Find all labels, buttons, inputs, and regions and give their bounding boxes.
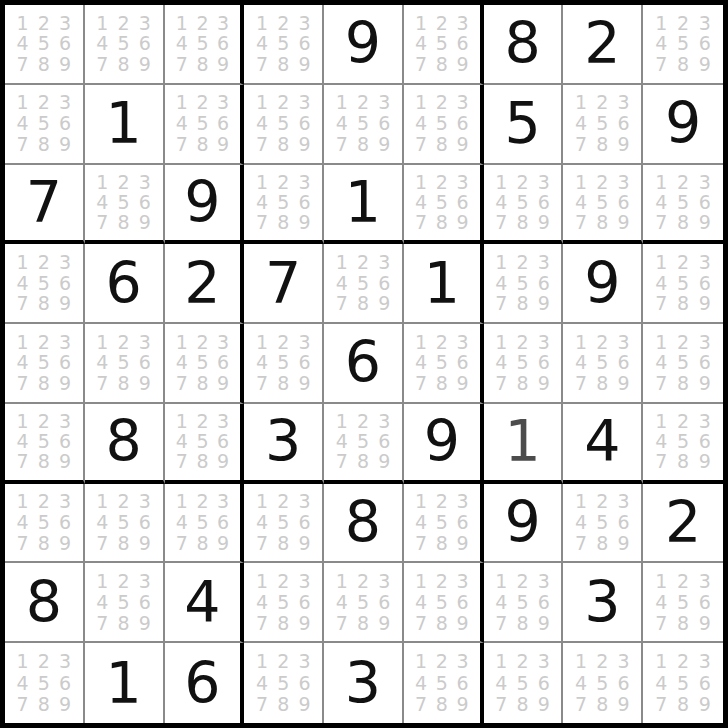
cell-r6c7[interactable]: 1 — [484, 404, 564, 484]
pencil-mark: 9 — [694, 613, 716, 634]
pencil-marks: 123456789 — [12, 252, 76, 314]
pencil-marks: 123456789 — [650, 411, 715, 472]
pencil-mark: 4 — [411, 592, 432, 613]
cell-r2c9[interactable]: 9 — [643, 85, 723, 165]
cell-r9c1[interactable]: 123456789 — [5, 643, 85, 723]
pencil-mark: 9 — [452, 213, 473, 233]
cell-r8c5[interactable]: 123456789 — [324, 563, 404, 643]
cell-r6c4[interactable]: 3 — [244, 404, 324, 484]
pencil-mark: 8 — [592, 694, 613, 715]
pencil-mark: 7 — [331, 294, 352, 315]
pencil-mark: 2 — [512, 571, 533, 592]
pencil-mark: 7 — [92, 373, 113, 394]
pencil-marks: 123456789 — [411, 651, 473, 715]
cell-r4c7[interactable]: 123456789 — [484, 244, 564, 324]
pencil-marks: 123456789 — [92, 13, 156, 75]
pencil-mark: 9 — [613, 213, 634, 233]
pencil-mark: 3 — [452, 93, 473, 114]
cell-r2c8[interactable]: 123456789 — [563, 85, 643, 165]
pencil-mark: 1 — [491, 172, 512, 192]
pencil-mark: 6 — [294, 353, 315, 374]
pencil-mark: 9 — [134, 533, 155, 554]
pencil-marks: 123456789 — [251, 93, 315, 155]
pencil-mark: 1 — [570, 93, 591, 114]
cell-r8c1[interactable]: 8 — [5, 563, 85, 643]
pencil-mark: 5 — [672, 192, 694, 212]
pencil-mark: 2 — [672, 332, 694, 353]
cell-r4c4[interactable]: 7 — [244, 244, 324, 324]
pencil-mark: 7 — [251, 613, 272, 634]
pencil-mark: 2 — [192, 411, 213, 431]
pencil-mark: 1 — [171, 93, 192, 114]
pencil-mark: 5 — [33, 672, 54, 693]
pencil-mark: 5 — [672, 432, 694, 452]
pencil-mark: 7 — [12, 373, 33, 394]
pencil-mark: 4 — [491, 273, 512, 294]
pencil-mark: 1 — [650, 411, 672, 431]
cell-r8c6[interactable]: 123456789 — [404, 563, 484, 643]
pencil-mark: 9 — [452, 54, 473, 75]
pencil-mark: 3 — [55, 332, 76, 353]
pencil-mark: 6 — [294, 512, 315, 533]
pencil-marks: 123456789 — [12, 93, 76, 155]
pencil-mark: 7 — [411, 694, 432, 715]
pencil-mark: 5 — [431, 592, 452, 613]
given-digit: 3 — [265, 413, 301, 470]
cell-r9c6[interactable]: 123456789 — [404, 643, 484, 723]
pencil-mark: 8 — [113, 373, 134, 394]
cell-r2c3[interactable]: 123456789 — [165, 85, 245, 165]
cell-r5c9[interactable]: 123456789 — [643, 324, 723, 404]
pencil-mark: 4 — [650, 592, 672, 613]
pencil-mark: 7 — [92, 54, 113, 75]
pencil-mark: 7 — [570, 134, 591, 155]
pencil-mark: 2 — [672, 651, 694, 672]
pencil-mark: 2 — [273, 332, 294, 353]
cell-r6c6[interactable]: 9 — [404, 404, 484, 484]
pencil-mark: 2 — [431, 491, 452, 512]
pencil-mark: 3 — [613, 172, 634, 192]
pencil-mark: 7 — [331, 134, 352, 155]
pencil-mark: 6 — [55, 113, 76, 134]
cell-r6c3[interactable]: 123456789 — [165, 404, 245, 484]
pencil-mark: 7 — [650, 452, 672, 472]
cell-r5c2[interactable]: 123456789 — [85, 324, 165, 404]
pencil-mark: 9 — [613, 533, 634, 554]
given-digit: 6 — [345, 334, 381, 391]
pencil-mark: 8 — [592, 373, 613, 394]
pencil-mark: 6 — [55, 353, 76, 374]
given-digit: 8 — [106, 413, 142, 470]
pencil-mark: 4 — [411, 34, 432, 55]
pencil-mark: 8 — [352, 134, 373, 155]
pencil-mark: 5 — [592, 512, 613, 533]
pencil-mark: 3 — [452, 172, 473, 192]
cell-r3c2[interactable]: 123456789 — [85, 165, 165, 245]
cell-r5c7[interactable]: 123456789 — [484, 324, 564, 404]
pencil-mark: 6 — [533, 273, 554, 294]
pencil-mark: 8 — [273, 694, 294, 715]
pencil-mark: 1 — [92, 172, 113, 192]
pencil-mark: 6 — [533, 672, 554, 693]
pencil-mark: 2 — [273, 172, 294, 192]
pencil-mark: 2 — [33, 651, 54, 672]
pencil-mark: 8 — [672, 373, 694, 394]
pencil-mark: 3 — [134, 491, 155, 512]
pencil-mark: 3 — [694, 651, 716, 672]
pencil-mark: 8 — [672, 613, 694, 634]
pencil-mark: 4 — [570, 192, 591, 212]
cell-r6c8[interactable]: 4 — [563, 404, 643, 484]
pencil-marks: 123456789 — [92, 332, 156, 394]
cell-r1c8[interactable]: 2 — [563, 5, 643, 85]
pencil-marks: 123456789 — [12, 491, 76, 553]
cell-r3c1[interactable]: 7 — [5, 165, 85, 245]
pencil-mark: 8 — [113, 613, 134, 634]
pencil-mark: 5 — [512, 192, 533, 212]
pencil-mark: 2 — [33, 252, 54, 273]
pencil-mark: 5 — [431, 113, 452, 134]
pencil-mark: 7 — [570, 533, 591, 554]
pencil-mark: 3 — [533, 651, 554, 672]
pencil-mark: 8 — [512, 373, 533, 394]
pencil-mark: 2 — [672, 172, 694, 192]
pencil-mark: 5 — [33, 113, 54, 134]
cell-r9c5[interactable]: 3 — [324, 643, 404, 723]
pencil-mark: 9 — [533, 294, 554, 315]
cell-r2c1[interactable]: 123456789 — [5, 85, 85, 165]
pencil-mark: 3 — [533, 332, 554, 353]
pencil-mark: 3 — [452, 332, 473, 353]
cell-r3c5[interactable]: 1 — [324, 165, 404, 245]
pencil-mark: 8 — [113, 213, 134, 233]
pencil-mark: 1 — [92, 13, 113, 34]
entered-digit: 1 — [504, 413, 540, 470]
pencil-mark: 8 — [273, 213, 294, 233]
pencil-mark: 1 — [411, 571, 432, 592]
pencil-mark: 2 — [113, 571, 134, 592]
pencil-marks: 123456789 — [331, 571, 395, 633]
pencil-mark: 3 — [55, 13, 76, 34]
pencil-mark: 7 — [171, 134, 192, 155]
pencil-mark: 2 — [592, 93, 613, 114]
pencil-mark: 3 — [452, 571, 473, 592]
cell-r2c6[interactable]: 123456789 — [404, 85, 484, 165]
pencil-mark: 1 — [650, 332, 672, 353]
cell-r2c5[interactable]: 123456789 — [324, 85, 404, 165]
cell-r7c1[interactable]: 123456789 — [5, 484, 85, 564]
pencil-mark: 2 — [192, 332, 213, 353]
pencil-mark: 3 — [213, 93, 234, 114]
pencil-mark: 4 — [171, 432, 192, 452]
pencil-mark: 6 — [694, 192, 716, 212]
pencil-mark: 1 — [251, 571, 272, 592]
pencil-mark: 5 — [431, 672, 452, 693]
pencil-mark: 4 — [12, 353, 33, 374]
cell-r5c6[interactable]: 123456789 — [404, 324, 484, 404]
pencil-mark: 8 — [192, 533, 213, 554]
cell-r1c9[interactable]: 123456789 — [643, 5, 723, 85]
pencil-mark: 8 — [592, 213, 613, 233]
pencil-mark: 9 — [55, 134, 76, 155]
pencil-mark: 3 — [613, 651, 634, 672]
pencil-mark: 1 — [650, 252, 672, 273]
pencil-mark: 7 — [650, 54, 672, 75]
given-digit: 3 — [584, 574, 620, 631]
pencil-mark: 7 — [491, 373, 512, 394]
cell-r8c7[interactable]: 123456789 — [484, 563, 564, 643]
cell-r6c2[interactable]: 8 — [85, 404, 165, 484]
given-digit: 8 — [26, 574, 62, 631]
pencil-mark: 1 — [411, 93, 432, 114]
cell-r6c1[interactable]: 123456789 — [5, 404, 85, 484]
pencil-marks: 123456789 — [570, 332, 634, 394]
pencil-mark: 2 — [113, 491, 134, 512]
pencil-mark: 2 — [592, 332, 613, 353]
cell-r9c7[interactable]: 123456789 — [484, 643, 564, 723]
pencil-mark: 7 — [411, 213, 432, 233]
pencil-marks: 123456789 — [171, 332, 233, 394]
pencil-mark: 5 — [113, 34, 134, 55]
pencil-marks: 123456789 — [570, 491, 634, 553]
cell-r7c7[interactable]: 9 — [484, 484, 564, 564]
pencil-mark: 9 — [452, 694, 473, 715]
cell-r7c3[interactable]: 123456789 — [165, 484, 245, 564]
pencil-mark: 1 — [491, 332, 512, 353]
cell-r6c9[interactable]: 123456789 — [643, 404, 723, 484]
cell-r2c7[interactable]: 5 — [484, 85, 564, 165]
pencil-mark: 4 — [92, 592, 113, 613]
pencil-mark: 2 — [592, 651, 613, 672]
pencil-marks: 123456789 — [251, 332, 315, 394]
pencil-mark: 4 — [12, 34, 33, 55]
pencil-mark: 9 — [694, 694, 716, 715]
cell-r1c2[interactable]: 123456789 — [85, 5, 165, 85]
pencil-mark: 1 — [92, 571, 113, 592]
pencil-mark: 4 — [171, 512, 192, 533]
pencil-mark: 3 — [294, 13, 315, 34]
cell-r1c4[interactable]: 123456789 — [244, 5, 324, 85]
pencil-mark: 2 — [273, 491, 294, 512]
pencil-mark: 7 — [171, 373, 192, 394]
pencil-mark: 6 — [452, 672, 473, 693]
pencil-mark: 3 — [134, 172, 155, 192]
pencil-mark: 8 — [113, 54, 134, 75]
pencil-marks: 123456789 — [650, 332, 715, 394]
pencil-mark: 4 — [650, 273, 672, 294]
pencil-mark: 4 — [570, 672, 591, 693]
pencil-mark: 6 — [452, 192, 473, 212]
cell-r9c8[interactable]: 123456789 — [563, 643, 643, 723]
given-digit: 4 — [584, 413, 620, 470]
pencil-mark: 5 — [192, 34, 213, 55]
pencil-mark: 2 — [352, 252, 373, 273]
cell-r4c8[interactable]: 9 — [563, 244, 643, 324]
pencil-marks: 123456789 — [251, 491, 315, 553]
cell-r7c2[interactable]: 123456789 — [85, 484, 165, 564]
cell-r7c8[interactable]: 123456789 — [563, 484, 643, 564]
cell-r3c4[interactable]: 123456789 — [244, 165, 324, 245]
pencil-mark: 3 — [452, 13, 473, 34]
pencil-marks: 123456789 — [570, 172, 634, 233]
cell-r5c5[interactable]: 6 — [324, 324, 404, 404]
pencil-mark: 6 — [55, 432, 76, 452]
pencil-mark: 3 — [294, 491, 315, 512]
pencil-mark: 9 — [294, 373, 315, 394]
pencil-mark: 1 — [251, 13, 272, 34]
pencil-mark: 3 — [213, 332, 234, 353]
pencil-mark: 7 — [171, 54, 192, 75]
pencil-mark: 1 — [650, 172, 672, 192]
pencil-mark: 9 — [134, 213, 155, 233]
pencil-mark: 6 — [294, 192, 315, 212]
pencil-mark: 7 — [171, 533, 192, 554]
cell-r4c3[interactable]: 2 — [165, 244, 245, 324]
cell-r8c4[interactable]: 123456789 — [244, 563, 324, 643]
pencil-mark: 5 — [592, 353, 613, 374]
cell-r2c4[interactable]: 123456789 — [244, 85, 324, 165]
pencil-mark: 9 — [294, 54, 315, 75]
cell-r9c2[interactable]: 1 — [85, 643, 165, 723]
pencil-mark: 3 — [55, 252, 76, 273]
cell-r3c3[interactable]: 9 — [165, 165, 245, 245]
pencil-mark: 6 — [134, 512, 155, 533]
pencil-mark: 9 — [613, 373, 634, 394]
pencil-mark: 1 — [251, 172, 272, 192]
cell-r9c4[interactable]: 123456789 — [244, 643, 324, 723]
given-digit: 7 — [26, 174, 62, 231]
pencil-marks: 123456789 — [171, 93, 233, 155]
cell-r4c5[interactable]: 123456789 — [324, 244, 404, 324]
cell-r4c1[interactable]: 123456789 — [5, 244, 85, 324]
cell-r8c2[interactable]: 123456789 — [85, 563, 165, 643]
cell-r7c9[interactable]: 2 — [643, 484, 723, 564]
pencil-mark: 2 — [273, 13, 294, 34]
pencil-mark: 8 — [672, 294, 694, 315]
pencil-marks: 123456789 — [12, 332, 76, 394]
pencil-mark: 9 — [452, 373, 473, 394]
pencil-mark: 3 — [134, 13, 155, 34]
pencil-mark: 4 — [570, 512, 591, 533]
cell-r8c9[interactable]: 123456789 — [643, 563, 723, 643]
cell-r9c3[interactable]: 6 — [165, 643, 245, 723]
pencil-mark: 6 — [294, 672, 315, 693]
cell-r3c7[interactable]: 123456789 — [484, 165, 564, 245]
pencil-mark: 6 — [533, 192, 554, 212]
cell-r5c3[interactable]: 123456789 — [165, 324, 245, 404]
cell-r7c5[interactable]: 8 — [324, 484, 404, 564]
pencil-mark: 2 — [33, 411, 54, 431]
pencil-mark: 3 — [374, 252, 395, 273]
pencil-mark: 7 — [570, 373, 591, 394]
pencil-mark: 8 — [512, 694, 533, 715]
pencil-mark: 7 — [491, 213, 512, 233]
cell-r4c2[interactable]: 6 — [85, 244, 165, 324]
pencil-mark: 7 — [12, 533, 33, 554]
given-digit: 7 — [265, 255, 301, 312]
pencil-mark: 4 — [491, 672, 512, 693]
cell-r1c1[interactable]: 123456789 — [5, 5, 85, 85]
pencil-mark: 2 — [431, 93, 452, 114]
cell-r9c9[interactable]: 123456789 — [643, 643, 723, 723]
pencil-mark: 5 — [672, 672, 694, 693]
pencil-mark: 1 — [12, 13, 33, 34]
pencil-mark: 1 — [171, 411, 192, 431]
pencil-mark: 7 — [650, 694, 672, 715]
pencil-mark: 8 — [592, 134, 613, 155]
pencil-mark: 3 — [533, 172, 554, 192]
cell-r4c6[interactable]: 1 — [404, 244, 484, 324]
pencil-marks: 123456789 — [650, 252, 715, 314]
pencil-mark: 8 — [431, 54, 452, 75]
cell-r5c8[interactable]: 123456789 — [563, 324, 643, 404]
cell-r4c9[interactable]: 123456789 — [643, 244, 723, 324]
cell-r1c6[interactable]: 123456789 — [404, 5, 484, 85]
pencil-mark: 5 — [672, 273, 694, 294]
cell-r2c2[interactable]: 1 — [85, 85, 165, 165]
pencil-mark: 2 — [672, 571, 694, 592]
pencil-mark: 9 — [294, 134, 315, 155]
pencil-mark: 6 — [452, 34, 473, 55]
pencil-marks: 123456789 — [92, 172, 156, 233]
cell-r3c9[interactable]: 123456789 — [643, 165, 723, 245]
pencil-mark: 4 — [650, 353, 672, 374]
pencil-mark: 3 — [533, 252, 554, 273]
given-digit: 1 — [424, 255, 460, 312]
cell-r1c5[interactable]: 9 — [324, 5, 404, 85]
pencil-mark: 1 — [411, 332, 432, 353]
pencil-mark: 1 — [331, 571, 352, 592]
pencil-mark: 6 — [213, 512, 234, 533]
given-digit: 9 — [665, 95, 701, 152]
cell-r8c3[interactable]: 4 — [165, 563, 245, 643]
pencil-mark: 7 — [411, 54, 432, 75]
pencil-mark: 6 — [213, 113, 234, 134]
pencil-mark: 1 — [92, 491, 113, 512]
pencil-mark: 2 — [33, 13, 54, 34]
pencil-mark: 5 — [592, 672, 613, 693]
pencil-mark: 2 — [33, 93, 54, 114]
cell-r3c6[interactable]: 123456789 — [404, 165, 484, 245]
pencil-marks: 123456789 — [650, 13, 715, 75]
pencil-mark: 8 — [672, 54, 694, 75]
cell-r3c8[interactable]: 123456789 — [563, 165, 643, 245]
cell-r7c6[interactable]: 123456789 — [404, 484, 484, 564]
cell-r5c1[interactable]: 123456789 — [5, 324, 85, 404]
cell-r1c3[interactable]: 123456789 — [165, 5, 245, 85]
pencil-mark: 3 — [694, 172, 716, 192]
pencil-mark: 6 — [452, 512, 473, 533]
pencil-mark: 9 — [613, 134, 634, 155]
cell-r6c5[interactable]: 123456789 — [324, 404, 404, 484]
cell-r7c4[interactable]: 123456789 — [244, 484, 324, 564]
pencil-mark: 2 — [512, 252, 533, 273]
pencil-mark: 7 — [491, 694, 512, 715]
pencil-mark: 7 — [251, 694, 272, 715]
pencil-mark: 6 — [452, 113, 473, 134]
pencil-mark: 1 — [411, 172, 432, 192]
pencil-mark: 6 — [294, 592, 315, 613]
pencil-mark: 3 — [134, 332, 155, 353]
cell-r1c7[interactable]: 8 — [484, 5, 564, 85]
pencil-marks: 123456789 — [251, 651, 315, 715]
given-digit: 4 — [184, 574, 220, 631]
pencil-mark: 4 — [12, 113, 33, 134]
pencil-mark: 1 — [491, 571, 512, 592]
cell-r8c8[interactable]: 3 — [563, 563, 643, 643]
pencil-mark: 3 — [294, 172, 315, 192]
cell-r5c4[interactable]: 123456789 — [244, 324, 324, 404]
